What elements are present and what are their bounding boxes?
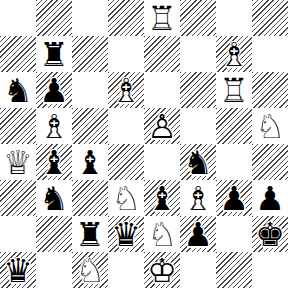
piece-white-rook-fill: ♜ [144, 0, 180, 36]
square-a7[interactable] [0, 36, 36, 72]
piece-black-bishop[interactable]: ♝ [72, 144, 108, 180]
piece-black-pawn[interactable]: ♟ [36, 72, 72, 108]
piece-black-queen[interactable]: ♛ [108, 216, 144, 252]
square-b6[interactable]: ♟ [36, 72, 72, 108]
square-h2[interactable]: ♚ [252, 216, 288, 252]
chess-board: ♜♖♜♝♗♞♟♝♗♜♖♝♗♟♙♞♘♛♕♝♝♞♞♞♘♝♝♗♟♟♜♛♞♘♟♚♛♞♘♚… [0, 0, 288, 288]
square-e4[interactable] [144, 144, 180, 180]
piece-black-knight[interactable]: ♞ [180, 144, 216, 180]
square-h8[interactable] [252, 0, 288, 36]
square-d5[interactable] [108, 108, 144, 144]
piece-black-knight[interactable]: ♞ [0, 72, 36, 108]
square-f4[interactable]: ♞ [180, 144, 216, 180]
square-a6[interactable]: ♞ [0, 72, 36, 108]
piece-black-pawn[interactable]: ♟ [216, 180, 252, 216]
piece-white-knight[interactable]: ♘ [252, 108, 288, 144]
piece-white-bishop-fill: ♝ [36, 108, 72, 144]
square-b3[interactable]: ♞ [36, 180, 72, 216]
square-a3[interactable] [0, 180, 36, 216]
piece-white-pawn[interactable]: ♙ [144, 108, 180, 144]
square-a8[interactable] [0, 0, 36, 36]
square-f7[interactable] [180, 36, 216, 72]
piece-black-bishop[interactable]: ♝ [36, 144, 72, 180]
piece-white-rook[interactable]: ♖ [144, 0, 180, 36]
square-e1[interactable]: ♚♔ [144, 252, 180, 288]
piece-white-rook-fill: ♜ [216, 72, 252, 108]
square-c4[interactable]: ♝ [72, 144, 108, 180]
square-d8[interactable] [108, 0, 144, 36]
piece-white-bishop-fill: ♝ [108, 72, 144, 108]
piece-black-bishop[interactable]: ♝ [144, 180, 180, 216]
square-h7[interactable] [252, 36, 288, 72]
square-d2[interactable]: ♛ [108, 216, 144, 252]
piece-white-knight-fill: ♞ [144, 216, 180, 252]
piece-white-pawn-fill: ♟ [144, 108, 180, 144]
piece-white-bishop[interactable]: ♗ [216, 36, 252, 72]
square-c2[interactable]: ♜ [72, 216, 108, 252]
square-g1[interactable] [216, 252, 252, 288]
square-c8[interactable] [72, 0, 108, 36]
square-h5[interactable]: ♞♘ [252, 108, 288, 144]
piece-black-pawn[interactable]: ♟ [180, 216, 216, 252]
square-e6[interactable] [144, 72, 180, 108]
square-g8[interactable] [216, 0, 252, 36]
piece-black-rook[interactable]: ♜ [36, 36, 72, 72]
square-g7[interactable]: ♝♗ [216, 36, 252, 72]
piece-white-knight[interactable]: ♘ [72, 252, 108, 288]
square-f6[interactable] [180, 72, 216, 108]
square-e2[interactable]: ♞♘ [144, 216, 180, 252]
piece-white-knight-fill: ♞ [252, 108, 288, 144]
square-g3[interactable]: ♟ [216, 180, 252, 216]
piece-black-knight[interactable]: ♞ [36, 180, 72, 216]
square-h3[interactable]: ♟ [252, 180, 288, 216]
piece-white-bishop-fill: ♝ [216, 36, 252, 72]
square-f5[interactable] [180, 108, 216, 144]
square-f3[interactable]: ♝♗ [180, 180, 216, 216]
square-c5[interactable] [72, 108, 108, 144]
square-h4[interactable] [252, 144, 288, 180]
piece-white-bishop-fill: ♝ [180, 180, 216, 216]
square-e5[interactable]: ♟♙ [144, 108, 180, 144]
square-h1[interactable] [252, 252, 288, 288]
piece-white-king-fill: ♚ [144, 252, 180, 288]
square-g2[interactable] [216, 216, 252, 252]
square-b5[interactable]: ♝♗ [36, 108, 72, 144]
square-d1[interactable] [108, 252, 144, 288]
square-c3[interactable] [72, 180, 108, 216]
square-d3[interactable]: ♞♘ [108, 180, 144, 216]
square-c1[interactable]: ♞♘ [72, 252, 108, 288]
square-a1[interactable]: ♛ [0, 252, 36, 288]
square-a4[interactable]: ♛♕ [0, 144, 36, 180]
piece-white-bishop[interactable]: ♗ [36, 108, 72, 144]
piece-white-bishop[interactable]: ♗ [108, 72, 144, 108]
square-b2[interactable] [36, 216, 72, 252]
square-b7[interactable]: ♜ [36, 36, 72, 72]
square-e8[interactable]: ♜♖ [144, 0, 180, 36]
square-a2[interactable] [0, 216, 36, 252]
piece-white-bishop[interactable]: ♗ [180, 180, 216, 216]
square-b8[interactable] [36, 0, 72, 36]
piece-black-queen[interactable]: ♛ [0, 252, 36, 288]
piece-white-rook[interactable]: ♖ [216, 72, 252, 108]
piece-white-knight-fill: ♞ [72, 252, 108, 288]
square-f2[interactable]: ♟ [180, 216, 216, 252]
piece-white-knight[interactable]: ♘ [108, 180, 144, 216]
square-b1[interactable] [36, 252, 72, 288]
piece-white-knight[interactable]: ♘ [144, 216, 180, 252]
piece-white-queen-fill: ♛ [0, 144, 36, 180]
square-c7[interactable] [72, 36, 108, 72]
square-f1[interactable] [180, 252, 216, 288]
square-h6[interactable] [252, 72, 288, 108]
square-d4[interactable] [108, 144, 144, 180]
square-a5[interactable] [0, 108, 36, 144]
square-g6[interactable]: ♜♖ [216, 72, 252, 108]
square-e7[interactable] [144, 36, 180, 72]
square-g5[interactable] [216, 108, 252, 144]
square-f8[interactable] [180, 0, 216, 36]
square-e3[interactable]: ♝ [144, 180, 180, 216]
piece-white-queen[interactable]: ♕ [0, 144, 36, 180]
square-d6[interactable]: ♝♗ [108, 72, 144, 108]
piece-white-king[interactable]: ♔ [144, 252, 180, 288]
piece-black-rook[interactable]: ♜ [72, 216, 108, 252]
square-c6[interactable] [72, 72, 108, 108]
piece-black-king[interactable]: ♚ [252, 216, 288, 252]
square-b4[interactable]: ♝ [36, 144, 72, 180]
square-g4[interactable] [216, 144, 252, 180]
piece-black-pawn[interactable]: ♟ [252, 180, 288, 216]
square-d7[interactable] [108, 36, 144, 72]
piece-white-knight-fill: ♞ [108, 180, 144, 216]
